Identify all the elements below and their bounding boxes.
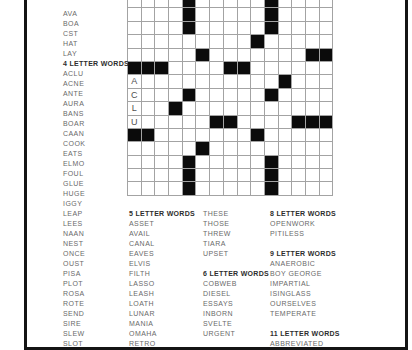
grid-cell[interactable] bbox=[128, 142, 141, 154]
grid-cell[interactable] bbox=[224, 89, 237, 101]
grid-cell[interactable] bbox=[196, 0, 209, 7]
grid-cell[interactable] bbox=[169, 89, 182, 101]
puzzle-grid: ACLU bbox=[127, 0, 333, 196]
black-cell bbox=[183, 182, 196, 194]
grid-cell[interactable] bbox=[251, 62, 264, 74]
grid-cell[interactable] bbox=[210, 169, 223, 181]
grid-cell[interactable] bbox=[238, 35, 251, 47]
grid-cell[interactable] bbox=[142, 169, 155, 181]
black-cell bbox=[196, 49, 209, 61]
word-item: EATS bbox=[63, 149, 129, 159]
list-heading: 4 LETTER WORDS bbox=[63, 59, 129, 69]
word-item: BOA bbox=[63, 19, 129, 29]
grid-cell[interactable] bbox=[320, 89, 333, 101]
grid-cell[interactable] bbox=[183, 62, 196, 74]
grid-cell[interactable] bbox=[265, 35, 278, 47]
black-cell bbox=[265, 156, 278, 168]
grid-cell[interactable] bbox=[224, 0, 237, 7]
word-item: ONCE bbox=[63, 249, 129, 259]
word-item: LAY bbox=[63, 49, 129, 59]
grid-cell[interactable] bbox=[196, 62, 209, 74]
grid-cell[interactable] bbox=[306, 89, 319, 101]
word-item: TEMPERATE bbox=[270, 309, 340, 319]
word-item: COOK bbox=[63, 139, 129, 149]
word-item: BANS bbox=[63, 109, 129, 119]
grid-cell[interactable] bbox=[128, 182, 141, 194]
word-item: CANAL bbox=[129, 239, 195, 249]
grid-cell[interactable] bbox=[196, 116, 209, 128]
grid-cell[interactable] bbox=[251, 156, 264, 168]
grid-cell[interactable] bbox=[292, 8, 305, 20]
grid-cell[interactable] bbox=[169, 169, 182, 181]
grid-cell[interactable] bbox=[251, 0, 264, 7]
grid-cell[interactable] bbox=[251, 89, 264, 101]
grid-cell[interactable] bbox=[306, 156, 319, 168]
grid-cell[interactable] bbox=[320, 0, 333, 7]
grid-cell[interactable] bbox=[128, 8, 141, 20]
grid-cell[interactable] bbox=[169, 62, 182, 74]
grid-cell[interactable] bbox=[306, 22, 319, 34]
grid-cell[interactable] bbox=[306, 8, 319, 20]
grid-cell[interactable] bbox=[238, 0, 251, 7]
grid-cell[interactable] bbox=[155, 129, 168, 141]
grid-cell[interactable] bbox=[210, 49, 223, 61]
grid-cell[interactable] bbox=[224, 182, 237, 194]
word-item: RETRO bbox=[129, 339, 195, 349]
list-gap bbox=[270, 319, 340, 329]
grid-cell[interactable] bbox=[238, 142, 251, 154]
list-heading: 6 LETTER WORDS bbox=[203, 269, 269, 279]
grid-cell[interactable] bbox=[292, 142, 305, 154]
grid-cell[interactable] bbox=[320, 169, 333, 181]
grid-cell[interactable] bbox=[210, 22, 223, 34]
word-item: OUST bbox=[63, 259, 129, 269]
black-cell bbox=[238, 62, 251, 74]
grid-cell[interactable] bbox=[183, 142, 196, 154]
grid-cell[interactable] bbox=[155, 22, 168, 34]
word-item: CST bbox=[63, 29, 129, 39]
word-item: BOAR bbox=[63, 119, 129, 129]
word-item: SIRE bbox=[63, 319, 129, 329]
word-item: AVA bbox=[63, 9, 129, 19]
grid-cell[interactable] bbox=[142, 35, 155, 47]
grid-cell[interactable] bbox=[155, 116, 168, 128]
grid-cell[interactable] bbox=[306, 102, 319, 114]
black-cell bbox=[142, 62, 155, 74]
grid-cell[interactable] bbox=[251, 169, 264, 181]
word-item: BOY GEORGE bbox=[270, 269, 340, 279]
letter-cell[interactable]: A bbox=[128, 75, 141, 87]
grid-cell[interactable] bbox=[279, 35, 292, 47]
grid-cell[interactable] bbox=[183, 75, 196, 87]
word-item: IMPARTIAL bbox=[270, 279, 340, 289]
grid-cell[interactable] bbox=[251, 49, 264, 61]
grid-cell[interactable] bbox=[224, 8, 237, 20]
black-cell bbox=[265, 0, 278, 7]
grid-cell[interactable] bbox=[238, 169, 251, 181]
grid-cell[interactable] bbox=[155, 102, 168, 114]
grid-cell[interactable] bbox=[292, 75, 305, 87]
black-cell bbox=[251, 129, 264, 141]
grid-cell[interactable] bbox=[142, 89, 155, 101]
grid-cell[interactable] bbox=[196, 102, 209, 114]
word-item: URGENT bbox=[203, 329, 269, 339]
word-item: COBWEB bbox=[203, 279, 269, 289]
grid-cell[interactable] bbox=[210, 62, 223, 74]
grid-cell[interactable] bbox=[238, 75, 251, 87]
black-cell bbox=[251, 35, 264, 47]
grid-cell[interactable] bbox=[183, 35, 196, 47]
word-list-column-right: 8 LETTER WORDSOPENWORKPITILESS9 LETTER W… bbox=[270, 209, 340, 349]
grid-cell[interactable] bbox=[210, 102, 223, 114]
word-item: SEND bbox=[63, 309, 129, 319]
black-cell bbox=[224, 62, 237, 74]
grid-cell[interactable] bbox=[169, 0, 182, 7]
word-item: LEAP bbox=[63, 209, 129, 219]
grid-cell[interactable] bbox=[196, 182, 209, 194]
grid-cell[interactable] bbox=[279, 49, 292, 61]
black-cell bbox=[183, 22, 196, 34]
grid-cell[interactable] bbox=[251, 75, 264, 87]
grid-cell[interactable] bbox=[279, 129, 292, 141]
word-item: NAAN bbox=[63, 229, 129, 239]
grid-cell[interactable] bbox=[142, 102, 155, 114]
black-cell bbox=[224, 116, 237, 128]
grid-cell[interactable] bbox=[306, 129, 319, 141]
grid-cell[interactable] bbox=[265, 102, 278, 114]
grid-cell[interactable] bbox=[224, 102, 237, 114]
grid-cell[interactable] bbox=[279, 116, 292, 128]
grid-cell[interactable] bbox=[292, 169, 305, 181]
word-item: ROSA bbox=[63, 289, 129, 299]
grid-cell[interactable] bbox=[155, 49, 168, 61]
word-item: GLUE bbox=[63, 179, 129, 189]
grid-cell[interactable] bbox=[292, 49, 305, 61]
grid-cell[interactable] bbox=[238, 102, 251, 114]
word-item: OPENWORK bbox=[270, 219, 340, 229]
grid-cell[interactable] bbox=[142, 182, 155, 194]
word-item: ROTE bbox=[63, 299, 129, 309]
word-item: CAAN bbox=[63, 129, 129, 139]
list-heading: 8 LETTER WORDS bbox=[270, 209, 340, 219]
grid-cell[interactable] bbox=[279, 102, 292, 114]
grid-cell[interactable] bbox=[279, 169, 292, 181]
grid-cell[interactable] bbox=[142, 22, 155, 34]
grid-cell[interactable] bbox=[292, 102, 305, 114]
grid-cell[interactable] bbox=[169, 8, 182, 20]
word-item: SLOT bbox=[63, 339, 129, 349]
grid-cell[interactable] bbox=[183, 49, 196, 61]
grid-cell[interactable] bbox=[210, 35, 223, 47]
grid-cell[interactable] bbox=[251, 182, 264, 194]
grid-cell[interactable] bbox=[306, 62, 319, 74]
black-cell bbox=[183, 8, 196, 20]
grid-cell[interactable] bbox=[128, 35, 141, 47]
grid-cell[interactable] bbox=[155, 182, 168, 194]
grid-cell[interactable] bbox=[320, 75, 333, 87]
grid-cell[interactable] bbox=[128, 22, 141, 34]
grid-cell[interactable] bbox=[279, 62, 292, 74]
grid-cell[interactable] bbox=[306, 182, 319, 194]
grid-cell[interactable] bbox=[183, 102, 196, 114]
grid-cell[interactable] bbox=[224, 129, 237, 141]
black-cell bbox=[183, 89, 196, 101]
grid-cell[interactable] bbox=[169, 22, 182, 34]
grid-cell[interactable] bbox=[142, 142, 155, 154]
black-cell bbox=[128, 62, 141, 74]
grid-cell[interactable] bbox=[210, 156, 223, 168]
grid-cell[interactable] bbox=[238, 116, 251, 128]
black-cell bbox=[265, 182, 278, 194]
grid-cell[interactable] bbox=[224, 169, 237, 181]
grid-cell[interactable] bbox=[142, 116, 155, 128]
grid-cell[interactable] bbox=[265, 116, 278, 128]
grid-cell[interactable] bbox=[320, 182, 333, 194]
black-cell bbox=[155, 62, 168, 74]
grid-cell[interactable] bbox=[142, 0, 155, 7]
list-gap bbox=[270, 239, 340, 249]
black-cell bbox=[306, 116, 319, 128]
black-cell bbox=[128, 129, 141, 141]
word-item: IGGY bbox=[63, 199, 129, 209]
grid-cell[interactable] bbox=[210, 75, 223, 87]
grid-cell[interactable] bbox=[279, 156, 292, 168]
word-item: THESE bbox=[203, 209, 269, 219]
letter-cell[interactable]: C bbox=[128, 89, 141, 101]
word-item: MANIA bbox=[129, 319, 195, 329]
grid-cell[interactable] bbox=[210, 142, 223, 154]
letter-cell[interactable]: L bbox=[128, 102, 141, 114]
grid-cell[interactable] bbox=[169, 75, 182, 87]
grid-cell[interactable] bbox=[155, 142, 168, 154]
black-cell bbox=[265, 8, 278, 20]
grid-cell[interactable] bbox=[320, 142, 333, 154]
grid-cell[interactable] bbox=[238, 156, 251, 168]
grid-cell[interactable] bbox=[210, 129, 223, 141]
word-item: LOATH bbox=[129, 299, 195, 309]
grid-cell[interactable] bbox=[196, 75, 209, 87]
grid-cell[interactable] bbox=[279, 8, 292, 20]
word-item: AURA bbox=[63, 99, 129, 109]
word-item: HAT bbox=[63, 39, 129, 49]
grid-cell[interactable] bbox=[279, 142, 292, 154]
word-item: FILTH bbox=[129, 269, 195, 279]
black-cell bbox=[183, 169, 196, 181]
grid-cell[interactable] bbox=[155, 35, 168, 47]
grid-cell[interactable] bbox=[155, 89, 168, 101]
word-item: SLEW bbox=[63, 329, 129, 339]
grid-cell[interactable] bbox=[142, 156, 155, 168]
grid-cell[interactable] bbox=[265, 129, 278, 141]
word-item: LUNAR bbox=[129, 309, 195, 319]
grid-cell[interactable] bbox=[210, 0, 223, 7]
word-item: PISA bbox=[63, 269, 129, 279]
grid-cell[interactable] bbox=[292, 182, 305, 194]
grid-cell[interactable] bbox=[320, 156, 333, 168]
word-item: NEST bbox=[63, 239, 129, 249]
grid-cell[interactable] bbox=[306, 169, 319, 181]
word-item: UPSET bbox=[203, 249, 269, 259]
grid-cell[interactable] bbox=[251, 116, 264, 128]
grid-cell[interactable] bbox=[279, 0, 292, 7]
grid-cell[interactable] bbox=[155, 0, 168, 7]
word-item: FOUL bbox=[63, 169, 129, 179]
grid-cell[interactable] bbox=[306, 75, 319, 87]
grid-cell[interactable] bbox=[196, 169, 209, 181]
word-item: ANTE bbox=[63, 89, 129, 99]
grid-cell[interactable] bbox=[238, 129, 251, 141]
black-cell bbox=[320, 49, 333, 61]
grid-cell[interactable] bbox=[128, 49, 141, 61]
grid-cell[interactable] bbox=[169, 49, 182, 61]
black-cell bbox=[265, 169, 278, 181]
grid-cell[interactable] bbox=[238, 49, 251, 61]
grid-cell[interactable] bbox=[224, 75, 237, 87]
word-item: LASSO bbox=[129, 279, 195, 289]
grid-cell[interactable] bbox=[183, 116, 196, 128]
grid-cell[interactable] bbox=[155, 75, 168, 87]
grid-cell[interactable] bbox=[292, 89, 305, 101]
word-item: THREW bbox=[203, 229, 269, 239]
black-cell bbox=[183, 0, 196, 7]
word-item: OURSELVES bbox=[270, 299, 340, 309]
grid-cell[interactable] bbox=[142, 75, 155, 87]
grid-cell[interactable] bbox=[169, 156, 182, 168]
grid-cell[interactable] bbox=[238, 89, 251, 101]
grid-cell[interactable] bbox=[224, 142, 237, 154]
grid-cell[interactable] bbox=[142, 8, 155, 20]
word-item: ASSET bbox=[129, 219, 195, 229]
black-cell bbox=[142, 129, 155, 141]
grid-cell[interactable] bbox=[292, 129, 305, 141]
grid-cell[interactable] bbox=[128, 169, 141, 181]
grid-cell[interactable] bbox=[265, 75, 278, 87]
grid-cell[interactable] bbox=[251, 22, 264, 34]
grid-cell[interactable] bbox=[292, 62, 305, 74]
grid-cell[interactable] bbox=[196, 35, 209, 47]
grid-cell[interactable] bbox=[292, 156, 305, 168]
grid-cell[interactable] bbox=[210, 8, 223, 20]
grid-cell[interactable] bbox=[196, 156, 209, 168]
list-heading: 9 LETTER WORDS bbox=[270, 249, 340, 259]
black-cell bbox=[183, 156, 196, 168]
word-item: PLOT bbox=[63, 279, 129, 289]
grid-cell[interactable] bbox=[224, 49, 237, 61]
letter-cell[interactable]: U bbox=[128, 116, 141, 128]
grid-cell[interactable] bbox=[292, 22, 305, 34]
list-heading: 11 LETTER WORDS bbox=[270, 329, 340, 339]
grid-cell[interactable] bbox=[306, 35, 319, 47]
grid-cell[interactable] bbox=[224, 22, 237, 34]
black-cell bbox=[265, 22, 278, 34]
grid-cell[interactable] bbox=[196, 8, 209, 20]
word-item: AVAIL bbox=[129, 229, 195, 239]
grid-cell[interactable] bbox=[251, 8, 264, 20]
grid-cell[interactable] bbox=[265, 49, 278, 61]
grid-cell[interactable] bbox=[169, 35, 182, 47]
black-cell bbox=[320, 116, 333, 128]
word-item: SVELTE bbox=[203, 319, 269, 329]
word-item: THOSE bbox=[203, 219, 269, 229]
word-item: EAVES bbox=[129, 249, 195, 259]
grid-cell[interactable] bbox=[183, 129, 196, 141]
black-cell bbox=[265, 89, 278, 101]
word-item: ESSAYS bbox=[203, 299, 269, 309]
word-item: PITILESS bbox=[270, 229, 340, 239]
grid-cell[interactable] bbox=[238, 182, 251, 194]
word-item: ELMO bbox=[63, 159, 129, 169]
black-cell bbox=[196, 142, 209, 154]
grid-cell[interactable] bbox=[292, 35, 305, 47]
grid-cell[interactable] bbox=[196, 22, 209, 34]
grid-cell[interactable] bbox=[224, 35, 237, 47]
grid-cell[interactable] bbox=[320, 62, 333, 74]
grid-cell[interactable] bbox=[238, 8, 251, 20]
grid-cell[interactable] bbox=[265, 62, 278, 74]
puzzle-page: ACLU AVABOACSTHATLAY4 LETTER WORDSACLUAC… bbox=[0, 0, 412, 350]
grid-cell[interactable] bbox=[210, 89, 223, 101]
grid-cell[interactable] bbox=[279, 89, 292, 101]
grid-cell[interactable] bbox=[169, 116, 182, 128]
word-item: LEASH bbox=[129, 289, 195, 299]
grid-cell[interactable] bbox=[169, 182, 182, 194]
grid-cell[interactable] bbox=[320, 22, 333, 34]
grid-cell[interactable] bbox=[238, 22, 251, 34]
grid-cell[interactable] bbox=[320, 102, 333, 114]
word-list-column-5-letter: 5 LETTER WORDSASSETAVAILCANALEAVESELVISF… bbox=[129, 209, 195, 349]
word-item: OMAHA bbox=[129, 329, 195, 339]
grid-cell[interactable] bbox=[196, 89, 209, 101]
word-item: HUGE bbox=[63, 189, 129, 199]
grid-cell[interactable] bbox=[279, 182, 292, 194]
grid-cell[interactable] bbox=[128, 0, 141, 7]
grid-cell[interactable] bbox=[306, 0, 319, 7]
list-heading: 5 LETTER WORDS bbox=[129, 209, 195, 219]
grid-cell[interactable] bbox=[320, 129, 333, 141]
grid-cell[interactable] bbox=[251, 142, 264, 154]
grid-cell[interactable] bbox=[320, 8, 333, 20]
word-item: DIESEL bbox=[203, 289, 269, 299]
word-item: ABBREVIATED bbox=[270, 339, 340, 349]
list-gap bbox=[203, 259, 269, 269]
word-item: ELVIS bbox=[129, 259, 195, 269]
black-cell bbox=[306, 49, 319, 61]
grid-cell[interactable] bbox=[155, 156, 168, 168]
grid-cell[interactable] bbox=[320, 35, 333, 47]
grid-cell[interactable] bbox=[128, 156, 141, 168]
grid-cell[interactable] bbox=[265, 142, 278, 154]
word-item: ACNE bbox=[63, 79, 129, 89]
black-cell bbox=[210, 116, 223, 128]
word-list-column-6-letter: THESETHOSETHREWTIARAUPSET6 LETTER WORDSC… bbox=[203, 209, 269, 339]
grid-cell[interactable] bbox=[142, 49, 155, 61]
grid-cell[interactable] bbox=[196, 129, 209, 141]
grid-cell[interactable] bbox=[306, 142, 319, 154]
grid-cell[interactable] bbox=[279, 22, 292, 34]
grid-cell[interactable] bbox=[155, 169, 168, 181]
grid-cell[interactable] bbox=[210, 182, 223, 194]
word-list-column-left: AVABOACSTHATLAY4 LETTER WORDSACLUACNEANT… bbox=[63, 9, 129, 349]
black-cell bbox=[169, 102, 182, 114]
grid-cell[interactable] bbox=[224, 156, 237, 168]
word-item: ISINGLASS bbox=[270, 289, 340, 299]
grid-cell[interactable] bbox=[251, 102, 264, 114]
grid-cell[interactable] bbox=[169, 129, 182, 141]
black-cell bbox=[292, 116, 305, 128]
grid-cell[interactable] bbox=[292, 0, 305, 7]
grid-cell[interactable] bbox=[169, 142, 182, 154]
grid-cell[interactable] bbox=[155, 8, 168, 20]
